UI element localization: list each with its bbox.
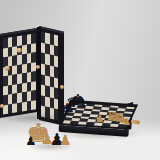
- board-hinge: [37, 27, 41, 119]
- standing-board-left-panel: [0, 28, 39, 118]
- light-square: [31, 100, 36, 110]
- black-bishop: ♝: [78, 99, 88, 109]
- standing-right-checkerboard: [41, 31, 58, 120]
- magnetic-wood-pawn: [60, 85, 64, 89]
- magnetic-wood-pawn: [0, 104, 4, 108]
- wood-pawn: ♟: [123, 118, 131, 126]
- product-photo-scene: ♜♟♟♛♚♝♟♝♚♛♞♟♟♚♟♟♟: [0, 0, 160, 160]
- standing-left-checkerboard: [3, 33, 36, 114]
- magnetic-wood-pawn: [17, 48, 22, 53]
- wood-pawn: ♟: [96, 114, 105, 123]
- wood-pawn: ♟: [59, 134, 72, 147]
- magnetic-wood-pawn: [5, 66, 10, 71]
- magnetic-wood-pawn: [36, 65, 40, 69]
